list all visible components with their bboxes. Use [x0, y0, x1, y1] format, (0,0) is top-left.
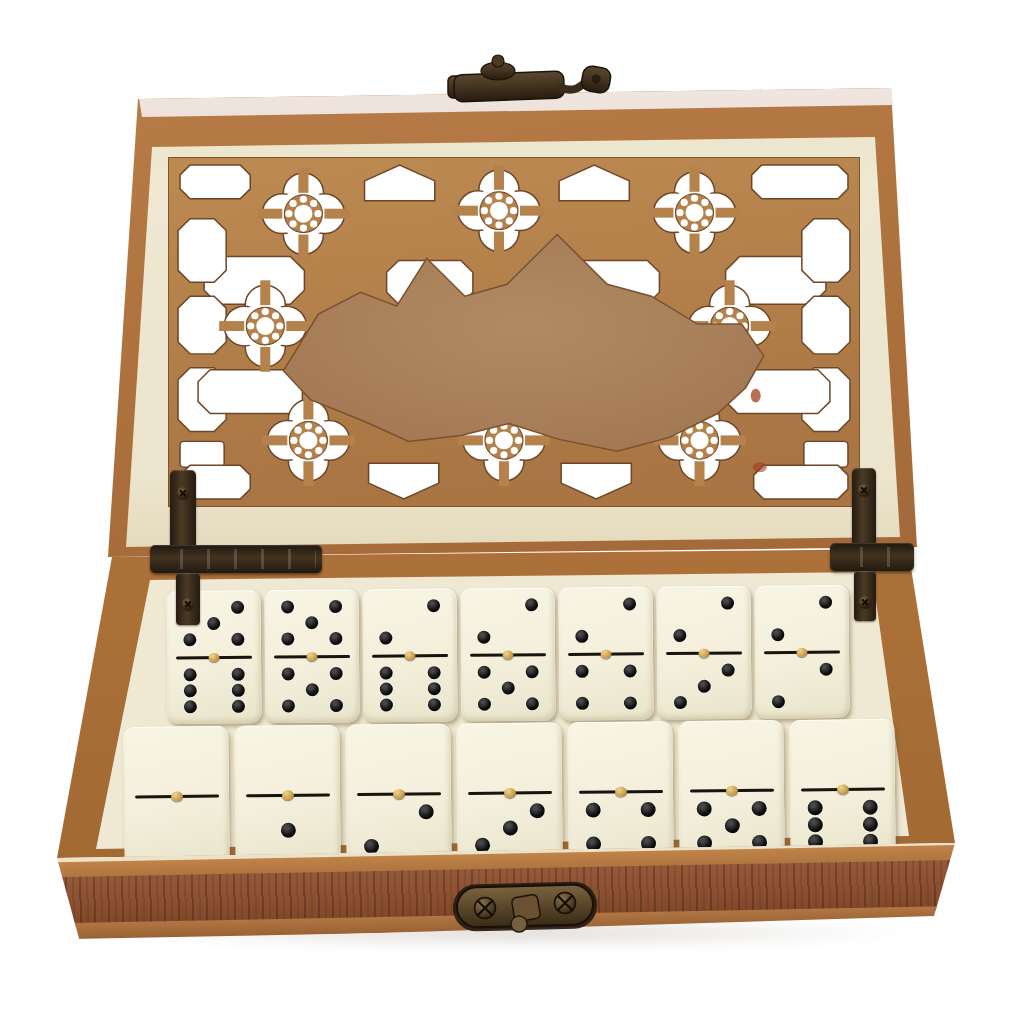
tile-spinner-pin — [306, 652, 317, 661]
domino-tile-2-3[interactable] — [656, 586, 751, 720]
domino-tile-0-1[interactable] — [234, 725, 340, 866]
pip — [502, 681, 515, 694]
pip — [808, 800, 823, 815]
pip — [183, 700, 196, 713]
pip — [698, 679, 711, 692]
tile-half-far — [345, 724, 451, 795]
pip — [428, 698, 441, 711]
pip — [364, 839, 379, 854]
domino-tile-2-4[interactable] — [558, 587, 653, 721]
pip — [330, 699, 343, 712]
pip — [697, 802, 712, 817]
domino-tile-0-0[interactable] — [123, 726, 229, 867]
domino-row-back — [166, 585, 849, 724]
pip — [281, 633, 294, 646]
pip — [575, 665, 588, 678]
pip — [427, 599, 440, 612]
pip — [281, 601, 294, 614]
tile-spinner-pin — [208, 653, 219, 662]
domino-tile-2-5[interactable] — [460, 588, 555, 722]
tile-half-near — [363, 655, 458, 722]
pip — [329, 600, 342, 613]
pip — [771, 695, 784, 708]
pip — [586, 803, 601, 818]
tile-spinner-pin — [170, 791, 182, 801]
pip — [624, 696, 637, 709]
latch — [445, 876, 605, 940]
pip — [330, 667, 343, 680]
pip — [330, 632, 343, 645]
pip — [477, 665, 490, 678]
tile-half-far — [754, 585, 849, 652]
hinge-right-barrel — [830, 543, 914, 571]
pip — [751, 801, 766, 816]
pip — [502, 820, 517, 835]
pip — [379, 632, 392, 645]
pip — [575, 630, 588, 643]
pip — [477, 697, 490, 710]
tile-half-near — [167, 657, 262, 724]
hinge-left-screw-top — [177, 487, 189, 499]
tile-spinner-pin — [503, 788, 515, 798]
pip — [771, 628, 784, 641]
pip — [862, 800, 877, 815]
tile-half-far — [678, 720, 784, 791]
hinge-left-barrel — [150, 545, 322, 573]
hinge-right-screw-top — [858, 484, 870, 496]
pip — [305, 616, 318, 629]
domino-tile-5-5[interactable] — [264, 589, 359, 723]
tile-spinner-pin — [392, 789, 404, 799]
hinge-left-upper-strap — [170, 470, 196, 552]
pip — [232, 668, 245, 681]
clasp-end-pad — [580, 65, 612, 94]
pip — [183, 668, 196, 681]
pip — [281, 699, 294, 712]
pip — [820, 662, 833, 675]
domino-tile-2-6[interactable] — [362, 588, 457, 722]
domino-tile-0-6[interactable] — [789, 719, 895, 860]
pip — [232, 699, 245, 712]
pip — [722, 663, 735, 676]
pip — [207, 617, 220, 630]
domino-tile-0-3[interactable] — [456, 722, 562, 863]
tile-spinner-pin — [725, 786, 737, 796]
tile-half-far — [362, 588, 457, 655]
tile-half-near — [265, 656, 360, 723]
domino-row-front — [123, 719, 895, 867]
pip — [379, 666, 392, 679]
clasp — [438, 46, 618, 110]
tile-half-far — [460, 588, 555, 655]
pip — [281, 667, 294, 680]
latch-screw-right — [555, 893, 576, 914]
pip — [379, 698, 392, 711]
tile-half-far — [567, 721, 673, 792]
pip — [526, 697, 539, 710]
tile-half-far — [558, 587, 653, 654]
pip — [575, 697, 588, 710]
domino-tile-0-5[interactable] — [678, 720, 784, 861]
tile-half-far — [264, 589, 359, 656]
pip — [183, 633, 196, 646]
tile-half-near — [657, 652, 752, 719]
tile-spinner-pin — [600, 649, 611, 658]
hinge-left-screw-bottom — [182, 598, 194, 610]
tile-half-far — [123, 726, 229, 797]
red-smudge — [751, 389, 761, 403]
pip — [418, 804, 433, 819]
tile-spinner-pin — [836, 784, 848, 794]
pip — [808, 817, 823, 832]
hinge-right-screw-bottom — [859, 596, 871, 608]
tile-spinner-pin — [698, 648, 709, 657]
domino-tile-2-2[interactable] — [754, 585, 849, 719]
pip — [721, 597, 734, 610]
red-smudge — [753, 462, 767, 472]
pip — [280, 823, 295, 838]
tile-spinner-pin — [614, 787, 626, 797]
pip — [526, 665, 539, 678]
pip — [379, 682, 392, 695]
tile-spinner-pin — [404, 651, 415, 660]
pip — [231, 601, 244, 614]
pip — [306, 683, 319, 696]
pip — [183, 684, 196, 697]
tile-half-far — [456, 722, 562, 793]
domino-tile-0-2[interactable] — [345, 724, 451, 865]
tile-half-far — [789, 719, 895, 790]
hinge-right-upper-strap — [852, 468, 876, 546]
domino-box-photo — [0, 0, 1024, 1024]
tile-half-far — [234, 725, 340, 796]
tile-spinner-pin — [796, 647, 807, 656]
latch-screw-left — [475, 898, 496, 919]
tile-half-far — [656, 586, 751, 653]
pip — [525, 599, 538, 612]
pip — [623, 598, 636, 611]
clasp-plate — [448, 55, 564, 102]
pip — [529, 803, 544, 818]
lattice-panel — [168, 157, 860, 507]
tile-half-near — [461, 654, 556, 721]
pip — [863, 817, 878, 832]
pip — [232, 684, 245, 697]
pip — [428, 682, 441, 695]
pip — [819, 596, 832, 609]
pip — [428, 666, 441, 679]
tile-spinner-pin — [502, 650, 513, 659]
tile-spinner-pin — [281, 790, 293, 800]
pip — [724, 818, 739, 833]
pip — [477, 631, 490, 644]
pip — [475, 838, 490, 853]
pip — [673, 696, 686, 709]
pip — [232, 633, 245, 646]
pip — [624, 664, 637, 677]
tile-half-near — [755, 652, 850, 719]
domino-tile-0-4[interactable] — [567, 721, 673, 862]
pip — [640, 802, 655, 817]
pip — [673, 629, 686, 642]
tile-half-near — [559, 653, 654, 720]
